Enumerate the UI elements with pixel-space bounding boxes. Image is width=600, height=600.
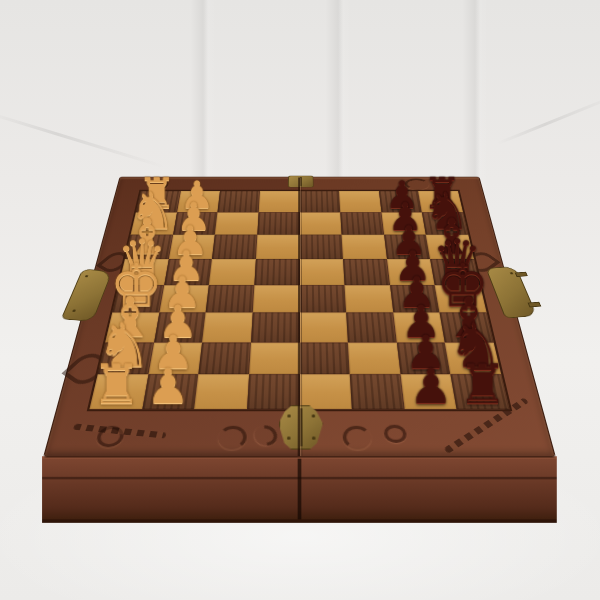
square-f2[interactable] <box>154 313 206 343</box>
square-c3[interactable] <box>212 235 257 259</box>
square-g4[interactable] <box>249 342 299 374</box>
square-d4[interactable] <box>254 259 299 285</box>
square-a5[interactable] <box>300 191 341 212</box>
square-a6[interactable] <box>339 191 381 212</box>
square-f1[interactable] <box>105 313 159 343</box>
square-e2[interactable] <box>159 285 209 313</box>
white-bishop[interactable]: ♝ <box>104 301 161 344</box>
square-h7[interactable] <box>400 375 457 410</box>
backdrop-crease <box>496 94 600 145</box>
square-g6[interactable] <box>348 342 400 374</box>
square-g3[interactable] <box>199 342 251 374</box>
square-a4[interactable] <box>259 191 300 212</box>
square-g7[interactable] <box>397 342 451 374</box>
carving-curl <box>95 426 126 448</box>
square-e8[interactable] <box>435 285 487 313</box>
black-pawn-glyph: ♟ <box>409 363 452 411</box>
square-f7[interactable] <box>393 313 445 343</box>
square-e1[interactable] <box>112 285 164 313</box>
square-a2[interactable] <box>177 191 220 212</box>
black-rook[interactable]: ♜ <box>451 364 509 410</box>
square-d8[interactable] <box>430 259 480 285</box>
square-c4[interactable] <box>256 235 300 259</box>
top-hinge <box>287 176 313 188</box>
square-h3[interactable] <box>194 375 249 410</box>
square-b8[interactable] <box>422 212 468 235</box>
square-f8[interactable] <box>440 313 494 343</box>
square-d5[interactable] <box>300 259 345 285</box>
square-e3[interactable] <box>206 285 254 313</box>
square-g5[interactable] <box>300 342 350 374</box>
square-h1[interactable] <box>89 375 148 410</box>
square-g8[interactable] <box>445 342 501 374</box>
square-b5[interactable] <box>300 212 342 235</box>
chess-box: ♜♞♝♛♚♝♞♜♟♟♟♟♟♟♟♟♟♟♟♟♟♟♟♟♜♞♝♛♚♝♞♜ <box>43 177 556 458</box>
carving-curl <box>146 179 169 190</box>
left-clasp <box>61 269 113 322</box>
square-b4[interactable] <box>257 212 299 235</box>
front-seam <box>297 459 301 520</box>
square-e7[interactable] <box>390 285 440 313</box>
square-b6[interactable] <box>340 212 384 235</box>
square-h4[interactable] <box>247 375 300 410</box>
square-a7[interactable] <box>379 191 422 212</box>
square-g1[interactable] <box>98 342 154 374</box>
black-knight-glyph: ♞ <box>448 315 503 377</box>
square-h8[interactable] <box>451 375 510 410</box>
carving-curl <box>342 426 372 450</box>
square-d7[interactable] <box>387 259 435 285</box>
square-e4[interactable] <box>253 285 300 313</box>
white-rook[interactable]: ♜ <box>91 364 149 410</box>
square-h2[interactable] <box>142 375 199 410</box>
white-pawn-glyph: ♟ <box>147 363 190 411</box>
square-f3[interactable] <box>202 313 252 343</box>
square-a8[interactable] <box>418 191 463 212</box>
lid-edge-line <box>42 477 557 479</box>
square-f4[interactable] <box>251 313 300 343</box>
carving-curl <box>404 178 430 189</box>
square-g2[interactable] <box>148 342 202 374</box>
square-f5[interactable] <box>300 313 349 343</box>
square-a1[interactable] <box>136 191 181 212</box>
scene: ♜♞♝♛♚♝♞♜♟♟♟♟♟♟♟♟♟♟♟♟♟♟♟♟♜♞♝♛♚♝♞♜ <box>88 115 511 470</box>
black-bishop[interactable]: ♝ <box>437 301 494 344</box>
square-b1[interactable] <box>131 212 177 235</box>
square-f6[interactable] <box>346 313 396 343</box>
carving-curl <box>250 421 282 450</box>
square-d2[interactable] <box>164 259 212 285</box>
square-d1[interactable] <box>119 259 169 285</box>
square-h6[interactable] <box>350 375 405 410</box>
right-clasp <box>486 266 538 319</box>
square-c2[interactable] <box>169 235 216 259</box>
square-c1[interactable] <box>125 235 173 259</box>
white-knight-glyph: ♞ <box>96 315 151 377</box>
square-d3[interactable] <box>209 259 256 285</box>
carving-curl <box>217 426 247 450</box>
carving-curl <box>383 425 407 443</box>
square-c5[interactable] <box>300 235 344 259</box>
square-b7[interactable] <box>381 212 426 235</box>
square-b3[interactable] <box>215 212 259 235</box>
square-c7[interactable] <box>384 235 431 259</box>
square-e5[interactable] <box>300 285 347 313</box>
square-c8[interactable] <box>426 235 474 259</box>
square-e6[interactable] <box>345 285 393 313</box>
square-c6[interactable] <box>342 235 387 259</box>
photo-backdrop: ♜♞♝♛♚♝♞♜♟♟♟♟♟♟♟♟♟♟♟♟♟♟♟♟♜♞♝♛♚♝♞♜ <box>0 0 600 600</box>
square-a3[interactable] <box>218 191 260 212</box>
square-b2[interactable] <box>173 212 218 235</box>
square-h5[interactable] <box>300 375 353 410</box>
square-d6[interactable] <box>343 259 390 285</box>
box-front-face <box>42 456 557 523</box>
